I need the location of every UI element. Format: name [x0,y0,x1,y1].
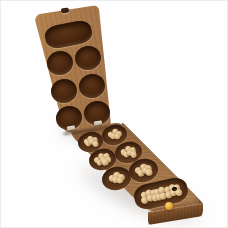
wooden-bead [115,176,123,184]
wooden-bead [91,140,98,147]
latch-pin-icon[interactable] [165,202,173,210]
wooden-bead [129,151,136,158]
mancala-board-photo [0,0,228,228]
wooden-bead [113,133,120,140]
wooden-bead [101,158,108,165]
wooden-bead [144,169,152,177]
